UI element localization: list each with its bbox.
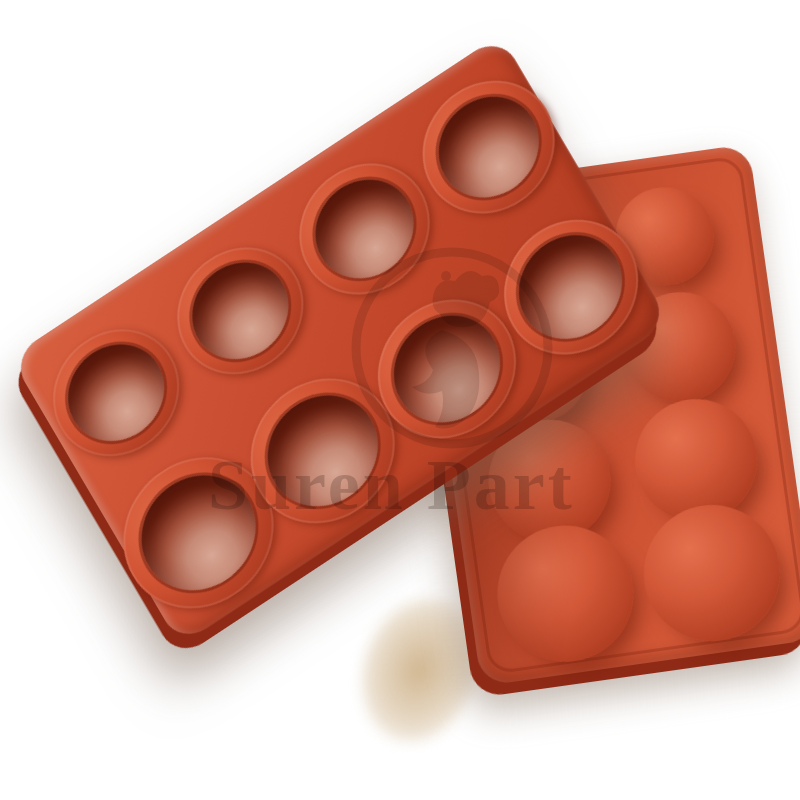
product-photo-scene: Suren Part xyxy=(0,0,800,800)
